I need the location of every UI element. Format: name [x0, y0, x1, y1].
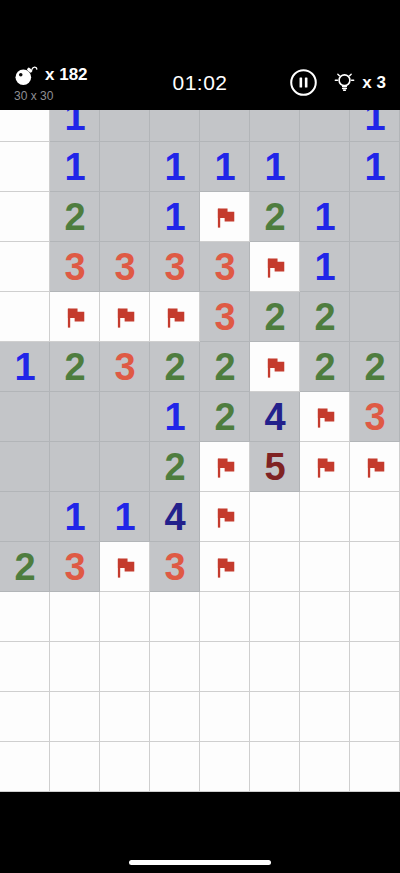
cell-r13-c1[interactable] [50, 742, 100, 792]
mines-row: x 182 [14, 63, 118, 87]
cell-r0-c0[interactable] [0, 110, 50, 142]
cell-r9-c5[interactable] [250, 542, 300, 592]
cell-r8-c0[interactable] [0, 492, 50, 542]
cell-r8-c3[interactable]: 4 [150, 492, 200, 542]
cell-r12-c5[interactable] [250, 692, 300, 742]
cell-r4-c0[interactable] [0, 292, 50, 342]
hint-button[interactable]: x 3 [331, 69, 386, 96]
cell-r10-c2[interactable] [100, 592, 150, 642]
cell-r0-c7[interactable]: 1 [350, 110, 400, 142]
cell-r9-c6[interactable] [300, 542, 350, 592]
cell-r12-c0[interactable] [0, 692, 50, 742]
lightbulb-icon [331, 69, 358, 96]
cell-r11-c4[interactable] [200, 642, 250, 692]
home-indicator[interactable] [129, 860, 271, 865]
cell-r0-c5[interactable] [250, 110, 300, 142]
cell-r1-c6[interactable] [300, 142, 350, 192]
cell-r11-c2[interactable] [100, 642, 150, 692]
cell-r11-c0[interactable] [0, 642, 50, 692]
cell-r6-c5[interactable]: 4 [250, 392, 300, 442]
cell-r0-c4[interactable] [200, 110, 250, 142]
cell-r9-c1[interactable]: 3 [50, 542, 100, 592]
flag-icon [312, 454, 339, 481]
cell-r5-c1[interactable]: 2 [50, 342, 100, 392]
cell-r6-c2[interactable] [100, 392, 150, 442]
cell-r1-c0[interactable] [0, 142, 50, 192]
cell-r1-c2[interactable] [100, 142, 150, 192]
cell-r7-c1[interactable] [50, 442, 100, 492]
cell-r5-c2[interactable]: 3 [100, 342, 150, 392]
cell-r6-c3[interactable]: 1 [150, 392, 200, 442]
cell-r13-c2[interactable] [100, 742, 150, 792]
mines-count: x 182 [45, 65, 88, 85]
cell-r9-c3[interactable]: 3 [150, 542, 200, 592]
cell-r3-c5[interactable] [250, 242, 300, 292]
cell-r8-c1[interactable]: 1 [50, 492, 100, 542]
cell-r1-c1[interactable]: 1 [50, 142, 100, 192]
cell-r9-c0[interactable]: 2 [0, 542, 50, 592]
cell-r2-c2[interactable] [100, 192, 150, 242]
flag-icon [162, 304, 189, 331]
cell-r8-c2[interactable]: 1 [100, 492, 150, 542]
cell-r5-c4[interactable]: 2 [200, 342, 250, 392]
cell-r13-c3[interactable] [150, 742, 200, 792]
flag-icon [212, 504, 239, 531]
cell-r12-c4[interactable] [200, 692, 250, 742]
cell-r10-c0[interactable] [0, 592, 50, 642]
hints-count: x 3 [362, 73, 386, 93]
cell-r4-c3[interactable] [150, 292, 200, 342]
cell-r13-c6[interactable] [300, 742, 350, 792]
cell-r2-c5[interactable]: 2 [250, 192, 300, 242]
cell-r10-c6[interactable] [300, 592, 350, 642]
cell-r12-c2[interactable] [100, 692, 150, 742]
board-size-label: 30 x 30 [14, 89, 118, 103]
bottom-bar [0, 792, 400, 873]
cell-r2-c4[interactable] [200, 192, 250, 242]
app-screen: x 182 30 x 30 01:02 x 3 [0, 0, 400, 873]
cell-r8-c4[interactable] [200, 492, 250, 542]
cell-r6-c4[interactable]: 2 [200, 392, 250, 442]
cell-r5-c5[interactable] [250, 342, 300, 392]
pause-button[interactable] [289, 68, 318, 97]
cell-r9-c4[interactable] [200, 542, 250, 592]
cell-r11-c7[interactable] [350, 642, 400, 692]
cell-r10-c5[interactable] [250, 592, 300, 642]
cell-r7-c2[interactable] [100, 442, 150, 492]
cell-r4-c7[interactable] [350, 292, 400, 342]
cell-r12-c7[interactable] [350, 692, 400, 742]
cell-r3-c6[interactable]: 1 [300, 242, 350, 292]
status-bar [0, 0, 400, 55]
cell-r6-c6[interactable] [300, 392, 350, 442]
cell-r12-c6[interactable] [300, 692, 350, 742]
cell-r7-c3[interactable]: 2 [150, 442, 200, 492]
cell-r8-c6[interactable] [300, 492, 350, 542]
cell-r9-c2[interactable] [100, 542, 150, 592]
cell-r2-c0[interactable] [0, 192, 50, 242]
cell-r3-c1[interactable]: 3 [50, 242, 100, 292]
cell-r9-c7[interactable] [350, 542, 400, 592]
cell-r8-c7[interactable] [350, 492, 400, 542]
cell-r13-c7[interactable] [350, 742, 400, 792]
cell-r2-c3[interactable]: 1 [150, 192, 200, 242]
cell-r6-c0[interactable] [0, 392, 50, 442]
cell-r11-c5[interactable] [250, 642, 300, 692]
cell-r2-c7[interactable] [350, 192, 400, 242]
flag-icon [212, 204, 239, 231]
cell-r0-c6[interactable] [300, 110, 350, 142]
cell-r7-c6[interactable] [300, 442, 350, 492]
flag-icon [112, 304, 139, 331]
minesweeper-board: 111111121 213333 1 32212322 22124 32 5 [0, 110, 400, 792]
cell-r1-c7[interactable]: 1 [350, 142, 400, 192]
flag-icon [212, 454, 239, 481]
cell-r10-c3[interactable] [150, 592, 200, 642]
cell-r5-c3[interactable]: 2 [150, 342, 200, 392]
cell-r13-c4[interactable] [200, 742, 250, 792]
flag-icon [362, 454, 389, 481]
cell-r4-c1[interactable] [50, 292, 100, 342]
flag-icon [112, 554, 139, 581]
cell-r7-c0[interactable] [0, 442, 50, 492]
board-viewport: 111111121 213333 1 32212322 22124 32 5 [0, 110, 400, 792]
cell-r7-c4[interactable] [200, 442, 250, 492]
cell-r6-c7[interactable]: 3 [350, 392, 400, 442]
cell-r3-c4[interactable]: 3 [200, 242, 250, 292]
cell-r7-c7[interactable] [350, 442, 400, 492]
cell-r1-c3[interactable]: 1 [150, 142, 200, 192]
header-actions: x 3 [282, 68, 386, 97]
cell-r11-c3[interactable] [150, 642, 200, 692]
cell-r10-c4[interactable] [200, 592, 250, 642]
pause-icon [289, 68, 318, 97]
flag-icon [262, 254, 289, 281]
cell-r0-c3[interactable] [150, 110, 200, 142]
cell-r3-c2[interactable]: 3 [100, 242, 150, 292]
cell-r12-c3[interactable] [150, 692, 200, 742]
cell-r8-c5[interactable] [250, 492, 300, 542]
cell-r0-c2[interactable] [100, 110, 150, 142]
cell-r4-c4[interactable]: 3 [200, 292, 250, 342]
timer: 01:02 [118, 71, 282, 95]
cell-r3-c7[interactable] [350, 242, 400, 292]
cell-r2-c1[interactable]: 2 [50, 192, 100, 242]
cell-r1-c5[interactable]: 1 [250, 142, 300, 192]
cell-r6-c1[interactable] [50, 392, 100, 442]
cell-r10-c1[interactable] [50, 592, 100, 642]
mines-panel: x 182 30 x 30 [14, 63, 118, 103]
cell-r5-c7[interactable]: 2 [350, 342, 400, 392]
cell-r13-c0[interactable] [0, 742, 50, 792]
cell-r4-c5[interactable]: 2 [250, 292, 300, 342]
cell-r3-c3[interactable]: 3 [150, 242, 200, 292]
game-header: x 182 30 x 30 01:02 x 3 [0, 55, 400, 110]
cell-r11-c6[interactable] [300, 642, 350, 692]
cell-r5-c6[interactable]: 2 [300, 342, 350, 392]
bomb-icon [14, 63, 38, 87]
flag-icon [212, 554, 239, 581]
cell-r11-c1[interactable] [50, 642, 100, 692]
cell-r5-c0[interactable]: 1 [0, 342, 50, 392]
cell-r13-c5[interactable] [250, 742, 300, 792]
cell-r12-c1[interactable] [50, 692, 100, 742]
cell-r4-c6[interactable]: 2 [300, 292, 350, 342]
cell-r4-c2[interactable] [100, 292, 150, 342]
cell-r7-c5[interactable]: 5 [250, 442, 300, 492]
cell-r10-c7[interactable] [350, 592, 400, 642]
flag-icon [262, 354, 289, 381]
cell-r1-c4[interactable]: 1 [200, 142, 250, 192]
flag-icon [312, 404, 339, 431]
flag-icon [62, 304, 89, 331]
cell-r3-c0[interactable] [0, 242, 50, 292]
cell-r0-c1[interactable]: 1 [50, 110, 100, 142]
cell-r2-c6[interactable]: 1 [300, 192, 350, 242]
